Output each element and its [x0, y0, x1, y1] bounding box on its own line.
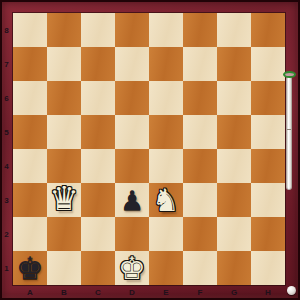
rank-label-4: 4: [0, 149, 13, 183]
square-h6: [251, 81, 285, 115]
square-d4: [115, 149, 149, 183]
square-c7: [81, 47, 115, 81]
square-a5: [13, 115, 47, 149]
file-label-f: F: [183, 285, 217, 300]
square-g7: [217, 47, 251, 81]
square-c3: [81, 183, 115, 217]
square-d6: [115, 81, 149, 115]
square-d3: [115, 183, 149, 217]
rank-label-8: 8: [0, 13, 13, 47]
square-e2: [149, 217, 183, 251]
scrollbar-seam: [287, 129, 291, 130]
square-f8: [183, 13, 217, 47]
file-label-h: H: [251, 285, 285, 300]
chessboard-photo: 87654321 ABCDEFGH ♛♟♞♚♚: [0, 0, 300, 300]
square-d5: [115, 115, 149, 149]
square-h2: [251, 217, 285, 251]
square-a7: [13, 47, 47, 81]
square-a1: [13, 251, 47, 285]
square-g3: [217, 183, 251, 217]
square-e6: [149, 81, 183, 115]
file-label-g: G: [217, 285, 251, 300]
square-b2: [47, 217, 81, 251]
square-b6: [47, 81, 81, 115]
rank-label-5: 5: [0, 115, 13, 149]
square-f6: [183, 81, 217, 115]
square-g1: [217, 251, 251, 285]
square-e8: [149, 13, 183, 47]
square-e3: [149, 183, 183, 217]
square-b1: [47, 251, 81, 285]
square-d2: [115, 217, 149, 251]
square-a3: [13, 183, 47, 217]
rank-label-2: 2: [0, 217, 13, 251]
square-h4: [251, 149, 285, 183]
square-g4: [217, 149, 251, 183]
square-b5: [47, 115, 81, 149]
square-e5: [149, 115, 183, 149]
pearl-pin-icon: [287, 286, 296, 295]
green-ring-icon: [283, 71, 296, 78]
square-a6: [13, 81, 47, 115]
square-d8: [115, 13, 149, 47]
file-label-e: E: [149, 285, 183, 300]
square-d7: [115, 47, 149, 81]
square-e1: [149, 251, 183, 285]
square-b7: [47, 47, 81, 81]
file-label-d: D: [115, 285, 149, 300]
scrollbar-thumb[interactable]: [286, 76, 292, 190]
square-c8: [81, 13, 115, 47]
square-a8: [13, 13, 47, 47]
square-f3: [183, 183, 217, 217]
square-h1: [251, 251, 285, 285]
rank-label-3: 3: [0, 183, 13, 217]
rank-label-6: 6: [0, 81, 13, 115]
square-d1: [115, 251, 149, 285]
square-c6: [81, 81, 115, 115]
file-label-b: B: [47, 285, 81, 300]
square-a4: [13, 149, 47, 183]
square-h3: [251, 183, 285, 217]
rank-label-1: 1: [0, 251, 13, 285]
square-a2: [13, 217, 47, 251]
square-h5: [251, 115, 285, 149]
square-f1: [183, 251, 217, 285]
rank-labels: 87654321: [0, 13, 13, 285]
square-g8: [217, 13, 251, 47]
square-g6: [217, 81, 251, 115]
square-b3: [47, 183, 81, 217]
file-label-c: C: [81, 285, 115, 300]
square-h8: [251, 13, 285, 47]
square-h7: [251, 47, 285, 81]
file-label-a: A: [13, 285, 47, 300]
square-f5: [183, 115, 217, 149]
square-f7: [183, 47, 217, 81]
square-c1: [81, 251, 115, 285]
square-e7: [149, 47, 183, 81]
square-f2: [183, 217, 217, 251]
square-f4: [183, 149, 217, 183]
file-labels: ABCDEFGH: [13, 285, 285, 300]
chess-board: [13, 13, 285, 285]
square-b4: [47, 149, 81, 183]
square-c2: [81, 217, 115, 251]
square-e4: [149, 149, 183, 183]
square-g5: [217, 115, 251, 149]
square-c4: [81, 149, 115, 183]
square-b8: [47, 13, 81, 47]
square-g2: [217, 217, 251, 251]
rank-label-7: 7: [0, 47, 13, 81]
square-c5: [81, 115, 115, 149]
